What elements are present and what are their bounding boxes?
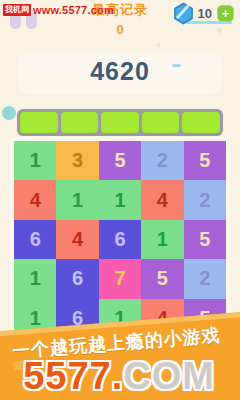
game-screen: 我机网 www.5577.com 最高记录 0 10 + ♥ ✦ 4620 13… [0, 0, 240, 400]
grid-tile-r3c4[interactable]: 1 [141, 220, 183, 259]
grid-tile-r1c3[interactable]: 5 [99, 141, 141, 180]
grid-tile-r1c2[interactable]: 3 [56, 141, 98, 180]
gem-icon [172, 2, 195, 25]
grid-tile-r3c3[interactable]: 6 [99, 220, 141, 259]
next-tray [17, 109, 223, 136]
grid-tile-r3c1[interactable]: 6 [14, 220, 56, 259]
gem-count: 10 [198, 6, 212, 21]
watermark-url: www.5577.com [33, 4, 114, 16]
grid-tile-r2c4[interactable]: 4 [141, 180, 183, 219]
site-suffix: COM [123, 355, 215, 397]
watermark-logo: 我机网 [3, 4, 31, 16]
currency-bar: 10 + [172, 2, 234, 25]
site-prefix: 5577. [23, 355, 123, 397]
tray-slot-5[interactable] [182, 112, 220, 133]
grid-tile-r2c3[interactable]: 1 [99, 180, 141, 219]
grid-tile-r2c2[interactable]: 1 [56, 180, 98, 219]
teal-dot-deco [2, 106, 16, 120]
grid-tile-r4c3[interactable]: 7 [99, 259, 141, 298]
add-gems-button[interactable]: + [217, 5, 234, 22]
grid-tile-r3c2[interactable]: 4 [56, 220, 98, 259]
score-value: 4620 [0, 57, 240, 86]
tray-slot-3[interactable] [101, 112, 139, 133]
grid-tile-r1c4[interactable]: 2 [141, 141, 183, 180]
tray-slot-2[interactable] [61, 112, 99, 133]
grid-tile-r4c1[interactable]: 1 [14, 259, 56, 298]
watermark: 我机网 www.5577.com [3, 4, 114, 16]
grid-tile-r3c5[interactable]: 5 [184, 220, 226, 259]
grid-tile-r4c5[interactable]: 2 [184, 259, 226, 298]
grid-tile-r2c1[interactable]: 4 [14, 180, 56, 219]
banner-site-text: 5577.COM [0, 356, 240, 398]
board-grid: 1352541142646151675216145 [14, 141, 226, 338]
tray-slot-1[interactable] [20, 112, 58, 133]
grid-tile-r1c5[interactable]: 5 [184, 141, 226, 180]
grid-tile-r4c2[interactable]: 6 [56, 259, 98, 298]
grid-tile-r2c5[interactable]: 2 [184, 180, 226, 219]
grid-tile-r1c1[interactable]: 1 [14, 141, 56, 180]
grid-tile-r4c4[interactable]: 5 [141, 259, 183, 298]
board-card: 1352541142646151675216145 [10, 137, 230, 342]
tray-slot-4[interactable] [142, 112, 180, 133]
star-icon: ✦ [155, 40, 163, 50]
